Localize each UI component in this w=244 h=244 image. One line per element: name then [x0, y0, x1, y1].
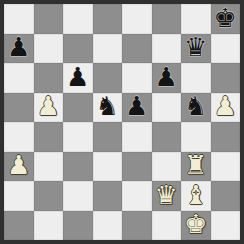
piece-black-pawn-e5[interactable]: ♟ — [125, 93, 148, 119]
piece-black-pawn-f6[interactable]: ♟ — [155, 64, 178, 90]
square-b6[interactable] — [34, 63, 64, 93]
square-f5[interactable] — [152, 93, 182, 123]
square-f8[interactable] — [152, 4, 182, 34]
square-e5[interactable]: ♟ — [122, 93, 152, 123]
square-g7[interactable]: ♛ — [181, 34, 211, 64]
square-c5[interactable] — [63, 93, 93, 123]
square-e4[interactable] — [122, 122, 152, 152]
square-b4[interactable] — [34, 122, 64, 152]
square-d5[interactable]: ♞ — [93, 93, 123, 123]
square-h7[interactable] — [211, 34, 241, 64]
square-d2[interactable] — [93, 181, 123, 211]
square-a6[interactable] — [4, 63, 34, 93]
square-c8[interactable] — [63, 4, 93, 34]
square-c2[interactable] — [63, 181, 93, 211]
piece-black-pawn-a7[interactable]: ♟ — [7, 34, 30, 60]
chess-board: ♚♟♛♟♟♟♞♟♞♟♟♜♛♝♚ — [0, 0, 244, 244]
piece-white-queen-f2[interactable]: ♛ — [155, 182, 178, 208]
square-g5[interactable]: ♞ — [181, 93, 211, 123]
square-e6[interactable] — [122, 63, 152, 93]
square-a4[interactable] — [4, 122, 34, 152]
square-h3[interactable] — [211, 152, 241, 182]
square-a1[interactable] — [4, 211, 34, 241]
square-c7[interactable] — [63, 34, 93, 64]
square-f3[interactable] — [152, 152, 182, 182]
piece-black-king-h8[interactable]: ♚ — [214, 5, 237, 31]
square-d1[interactable] — [93, 211, 123, 241]
piece-white-rook-g3[interactable]: ♜ — [184, 152, 207, 178]
square-h4[interactable] — [211, 122, 241, 152]
square-h6[interactable] — [211, 63, 241, 93]
square-g3[interactable]: ♜ — [181, 152, 211, 182]
square-a5[interactable] — [4, 93, 34, 123]
square-a3[interactable]: ♟ — [4, 152, 34, 182]
square-c4[interactable] — [63, 122, 93, 152]
square-e7[interactable] — [122, 34, 152, 64]
square-g2[interactable]: ♝ — [181, 181, 211, 211]
square-g6[interactable] — [181, 63, 211, 93]
square-d6[interactable] — [93, 63, 123, 93]
square-h5[interactable]: ♟ — [211, 93, 241, 123]
square-b3[interactable] — [34, 152, 64, 182]
square-b1[interactable] — [34, 211, 64, 241]
piece-black-knight-g5[interactable]: ♞ — [184, 93, 207, 119]
square-g4[interactable] — [181, 122, 211, 152]
piece-white-pawn-a3[interactable]: ♟ — [7, 152, 30, 178]
square-g8[interactable] — [181, 4, 211, 34]
square-b8[interactable] — [34, 4, 64, 34]
square-e8[interactable] — [122, 4, 152, 34]
piece-white-king-g1[interactable]: ♚ — [184, 211, 207, 237]
square-g1[interactable]: ♚ — [181, 211, 211, 241]
piece-white-bishop-g2[interactable]: ♝ — [184, 182, 207, 208]
piece-black-knight-d5[interactable]: ♞ — [96, 93, 119, 119]
square-f7[interactable] — [152, 34, 182, 64]
square-a2[interactable] — [4, 181, 34, 211]
square-f1[interactable] — [152, 211, 182, 241]
square-c3[interactable] — [63, 152, 93, 182]
square-h1[interactable] — [211, 211, 241, 241]
square-d4[interactable] — [93, 122, 123, 152]
square-f4[interactable] — [152, 122, 182, 152]
square-b5[interactable]: ♟ — [34, 93, 64, 123]
square-d3[interactable] — [93, 152, 123, 182]
square-c6[interactable]: ♟ — [63, 63, 93, 93]
square-h8[interactable]: ♚ — [211, 4, 241, 34]
piece-black-queen-g7[interactable]: ♛ — [184, 34, 207, 60]
square-e1[interactable] — [122, 211, 152, 241]
square-h2[interactable] — [211, 181, 241, 211]
square-f6[interactable]: ♟ — [152, 63, 182, 93]
square-e2[interactable] — [122, 181, 152, 211]
square-a7[interactable]: ♟ — [4, 34, 34, 64]
square-b7[interactable] — [34, 34, 64, 64]
square-b2[interactable] — [34, 181, 64, 211]
square-c1[interactable] — [63, 211, 93, 241]
square-d7[interactable] — [93, 34, 123, 64]
piece-white-pawn-h5[interactable]: ♟ — [214, 93, 237, 119]
piece-white-pawn-b5[interactable]: ♟ — [37, 93, 60, 119]
piece-black-pawn-c6[interactable]: ♟ — [66, 64, 89, 90]
square-a8[interactable] — [4, 4, 34, 34]
square-d8[interactable] — [93, 4, 123, 34]
square-e3[interactable] — [122, 152, 152, 182]
square-f2[interactable]: ♛ — [152, 181, 182, 211]
